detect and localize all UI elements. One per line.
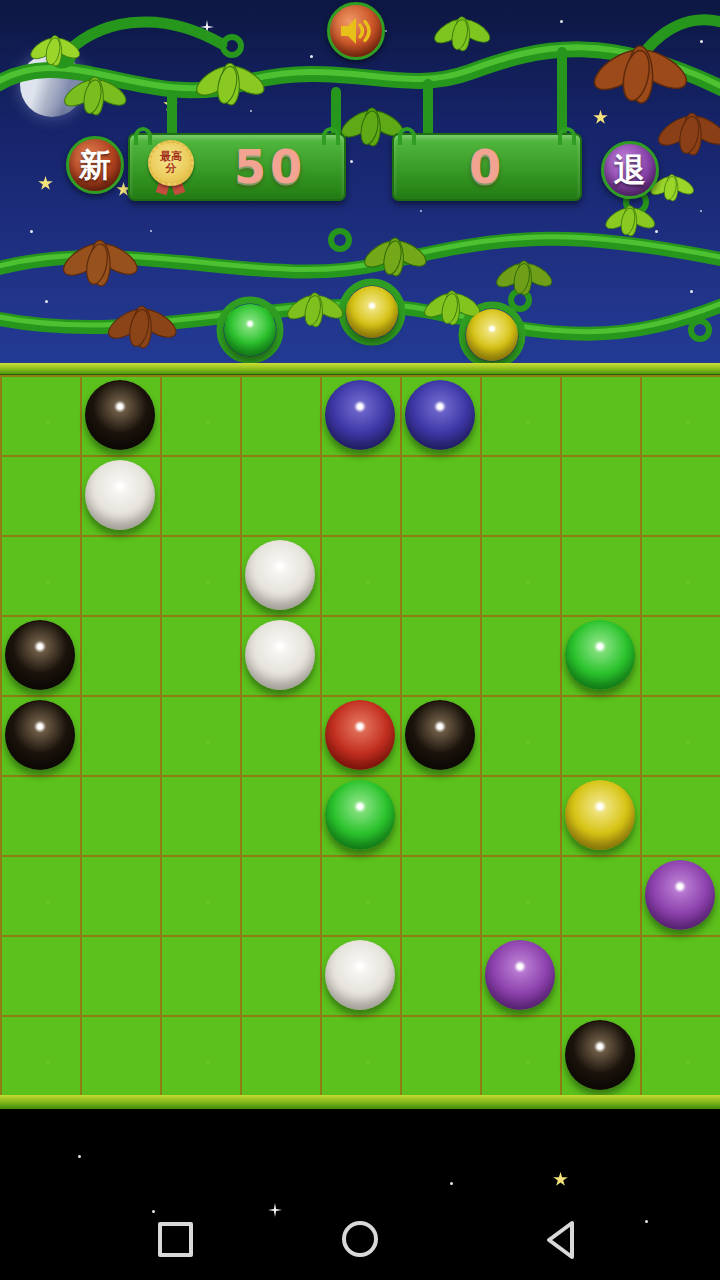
cell-r5c3[interactable] [160, 695, 240, 775]
cell-r9c9[interactable] [640, 1015, 720, 1095]
cell-r6c2[interactable] [80, 775, 160, 855]
board-grid [0, 375, 720, 1095]
cell-r4c7[interactable] [480, 615, 560, 695]
cell-r1c3[interactable] [160, 375, 240, 455]
ball-red[interactable] [325, 700, 395, 770]
new-game-button-label: 新 [79, 149, 111, 181]
cell-r1c1[interactable] [0, 375, 80, 455]
ball-purple[interactable] [485, 940, 555, 1010]
ball-white[interactable] [325, 940, 395, 1010]
ball-black[interactable] [85, 380, 155, 450]
cell-r3c9[interactable] [640, 535, 720, 615]
cell-r4c6[interactable] [400, 615, 480, 695]
ball-white[interactable] [245, 620, 315, 690]
ball-green[interactable] [565, 620, 635, 690]
cell-r8c8[interactable] [560, 935, 640, 1015]
cell-r2c9[interactable] [640, 455, 720, 535]
cell-r8c3[interactable] [160, 935, 240, 1015]
high-score-value: 50 [196, 140, 344, 194]
cell-r3c1[interactable] [0, 535, 80, 615]
cell-r5c1[interactable] [0, 695, 80, 775]
next-ball-3-yellow [466, 309, 518, 361]
cell-r4c2[interactable] [80, 615, 160, 695]
cell-r9c4[interactable] [240, 1015, 320, 1095]
board-bottom-edge [0, 1095, 720, 1109]
ball-green[interactable] [325, 780, 395, 850]
cell-r6c8[interactable] [560, 775, 640, 855]
cell-r3c2[interactable] [80, 535, 160, 615]
cell-r9c2[interactable] [80, 1015, 160, 1095]
cell-r7c3[interactable] [160, 855, 240, 935]
medal-label: 最高分 [156, 151, 186, 175]
cell-r5c7[interactable] [480, 695, 560, 775]
cell-r1c6[interactable] [400, 375, 480, 455]
ball-green [224, 304, 276, 356]
cell-r6c1[interactable] [0, 775, 80, 855]
cell-r2c6[interactable] [400, 455, 480, 535]
ball-purple[interactable] [645, 860, 715, 930]
cell-r6c4[interactable] [240, 775, 320, 855]
star-icon [553, 1172, 568, 1187]
new-game-button[interactable]: 新 [66, 136, 124, 194]
star-icon [78, 1155, 81, 1158]
ball-black[interactable] [565, 1020, 635, 1090]
cell-r7c6[interactable] [400, 855, 480, 935]
cell-r2c5[interactable] [320, 455, 400, 535]
cell-r1c4[interactable] [240, 375, 320, 455]
cell-r8c7[interactable] [480, 935, 560, 1015]
high-score-banner: 最高分 50 [128, 133, 346, 201]
ball-black[interactable] [5, 700, 75, 770]
cell-r4c5[interactable] [320, 615, 400, 695]
cell-r7c7[interactable] [480, 855, 560, 935]
cell-r1c5[interactable] [320, 375, 400, 455]
cell-r3c5[interactable] [320, 535, 400, 615]
cell-r6c7[interactable] [480, 775, 560, 855]
board-top-edge [0, 363, 720, 375]
ball-white[interactable] [85, 460, 155, 530]
cell-r8c5[interactable] [320, 935, 400, 1015]
cell-r9c3[interactable] [160, 1015, 240, 1095]
cell-r7c9[interactable] [640, 855, 720, 935]
nav-back-button[interactable] [542, 1218, 582, 1262]
cell-r8c2[interactable] [80, 935, 160, 1015]
cell-r4c9[interactable] [640, 615, 720, 695]
cell-r5c4[interactable] [240, 695, 320, 775]
cell-r1c8[interactable] [560, 375, 640, 455]
cell-r3c6[interactable] [400, 535, 480, 615]
cell-r5c9[interactable] [640, 695, 720, 775]
ball-yellow[interactable] [565, 780, 635, 850]
cell-r8c9[interactable] [640, 935, 720, 1015]
cell-r9c8[interactable] [560, 1015, 640, 1095]
cell-r8c6[interactable] [400, 935, 480, 1015]
cell-r2c2[interactable] [80, 455, 160, 535]
star-icon [450, 1182, 453, 1185]
cell-r9c6[interactable] [400, 1015, 480, 1095]
ball-blue[interactable] [325, 380, 395, 450]
cell-r2c8[interactable] [560, 455, 640, 535]
nav-home-button[interactable] [342, 1221, 378, 1257]
cell-r2c7[interactable] [480, 455, 560, 535]
cell-r2c1[interactable] [0, 455, 80, 535]
cell-r7c2[interactable] [80, 855, 160, 935]
exit-button-label: 退 [614, 154, 646, 186]
cell-r9c7[interactable] [480, 1015, 560, 1095]
cell-r3c7[interactable] [480, 535, 560, 615]
score-banner: 0 [392, 133, 582, 201]
cell-r4c4[interactable] [240, 615, 320, 695]
cell-r4c3[interactable] [160, 615, 240, 695]
ball-yellow [346, 286, 398, 338]
header-night-sky: 新 退 最高分 50 0 [0, 0, 720, 363]
cell-r1c9[interactable] [640, 375, 720, 455]
next-ball-1-green [224, 304, 276, 356]
footer-area [0, 1109, 720, 1280]
cell-r5c8[interactable] [560, 695, 640, 775]
cell-r6c9[interactable] [640, 775, 720, 855]
cell-r6c5[interactable] [320, 775, 400, 855]
ball-blue[interactable] [405, 380, 475, 450]
android-navbar [0, 1208, 720, 1272]
high-score-medal-icon: 最高分 [146, 140, 196, 194]
cell-r3c3[interactable] [160, 535, 240, 615]
cell-r9c1[interactable] [0, 1015, 80, 1095]
next-ball-2-yellow [346, 286, 398, 338]
cell-r7c1[interactable] [0, 855, 80, 935]
back-triangle-icon [542, 1218, 582, 1262]
sound-button[interactable] [327, 2, 385, 60]
cell-r3c4[interactable] [240, 535, 320, 615]
game-screen: 新 退 最高分 50 0 [0, 0, 720, 1280]
score-value: 0 [394, 140, 580, 194]
cell-r4c1[interactable] [0, 615, 80, 695]
nav-recents-button[interactable] [158, 1222, 193, 1257]
cell-r5c6[interactable] [400, 695, 480, 775]
speaker-icon [339, 16, 373, 46]
ball-white[interactable] [245, 540, 315, 610]
cell-r5c5[interactable] [320, 695, 400, 775]
cell-r7c8[interactable] [560, 855, 640, 935]
cell-r2c4[interactable] [240, 455, 320, 535]
cell-r5c2[interactable] [80, 695, 160, 775]
ball-black[interactable] [405, 700, 475, 770]
cell-r4c8[interactable] [560, 615, 640, 695]
exit-button[interactable]: 退 [601, 141, 659, 199]
cell-r7c4[interactable] [240, 855, 320, 935]
cell-r6c3[interactable] [160, 775, 240, 855]
cell-r8c4[interactable] [240, 935, 320, 1015]
cell-r2c3[interactable] [160, 455, 240, 535]
cell-r1c7[interactable] [480, 375, 560, 455]
cell-r3c8[interactable] [560, 535, 640, 615]
cell-r7c5[interactable] [320, 855, 400, 935]
cell-r6c6[interactable] [400, 775, 480, 855]
ball-black[interactable] [5, 620, 75, 690]
cell-r8c1[interactable] [0, 935, 80, 1015]
ball-yellow [466, 309, 518, 361]
cell-r9c5[interactable] [320, 1015, 400, 1095]
cell-r1c2[interactable] [80, 375, 160, 455]
